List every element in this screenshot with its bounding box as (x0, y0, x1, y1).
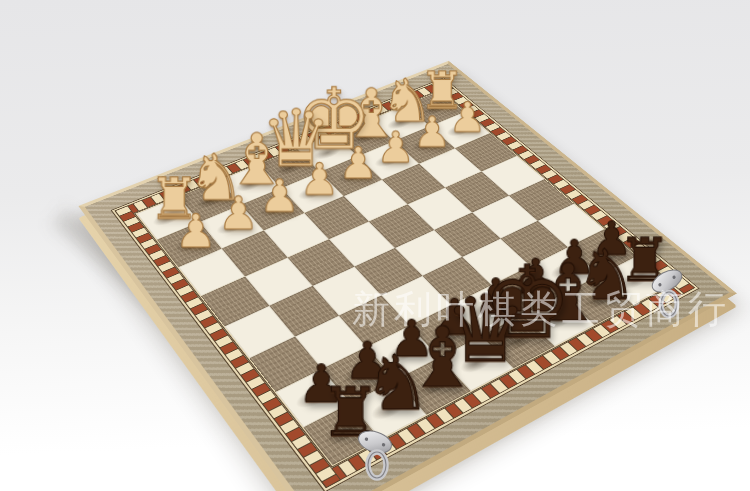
bottom-edge-clasp-icon (348, 426, 402, 482)
white-pawn-piece[interactable]: ♟ (339, 143, 378, 183)
white-pawn-piece[interactable]: ♟ (300, 159, 339, 199)
chess-board: ♜♞♝♛♚♝♞♜♟♟♟♟♟♟♟♟♟♟♟♟♟♟♟♟♜♞♝♛♚♝♞♜ (78, 61, 737, 491)
white-pawn-piece[interactable]: ♟ (449, 98, 486, 136)
right-edge-clasp-icon (644, 268, 692, 324)
white-pawn-piece[interactable]: ♟ (413, 113, 451, 152)
photo-stage: ♜♞♝♛♚♝♞♜♟♟♟♟♟♟♟♟♟♟♟♟♟♟♟♟♜♞♝♛♚♝♞♜ 新利叶棋类工贸… (0, 0, 750, 491)
white-pawn-piece[interactable]: ♟ (218, 192, 259, 234)
white-pawn-piece[interactable]: ♟ (175, 210, 216, 252)
scene: ♜♞♝♛♚♝♞♜♟♟♟♟♟♟♟♟♟♟♟♟♟♟♟♟♜♞♝♛♚♝♞♜ (0, 0, 750, 491)
white-pawn-piece[interactable]: ♟ (259, 175, 299, 216)
white-pawn-piece[interactable]: ♟ (376, 128, 414, 167)
board-surface: ♜♞♝♛♚♝♞♜♟♟♟♟♟♟♟♟♟♟♟♟♟♟♟♟♜♞♝♛♚♝♞♜ (78, 61, 737, 491)
